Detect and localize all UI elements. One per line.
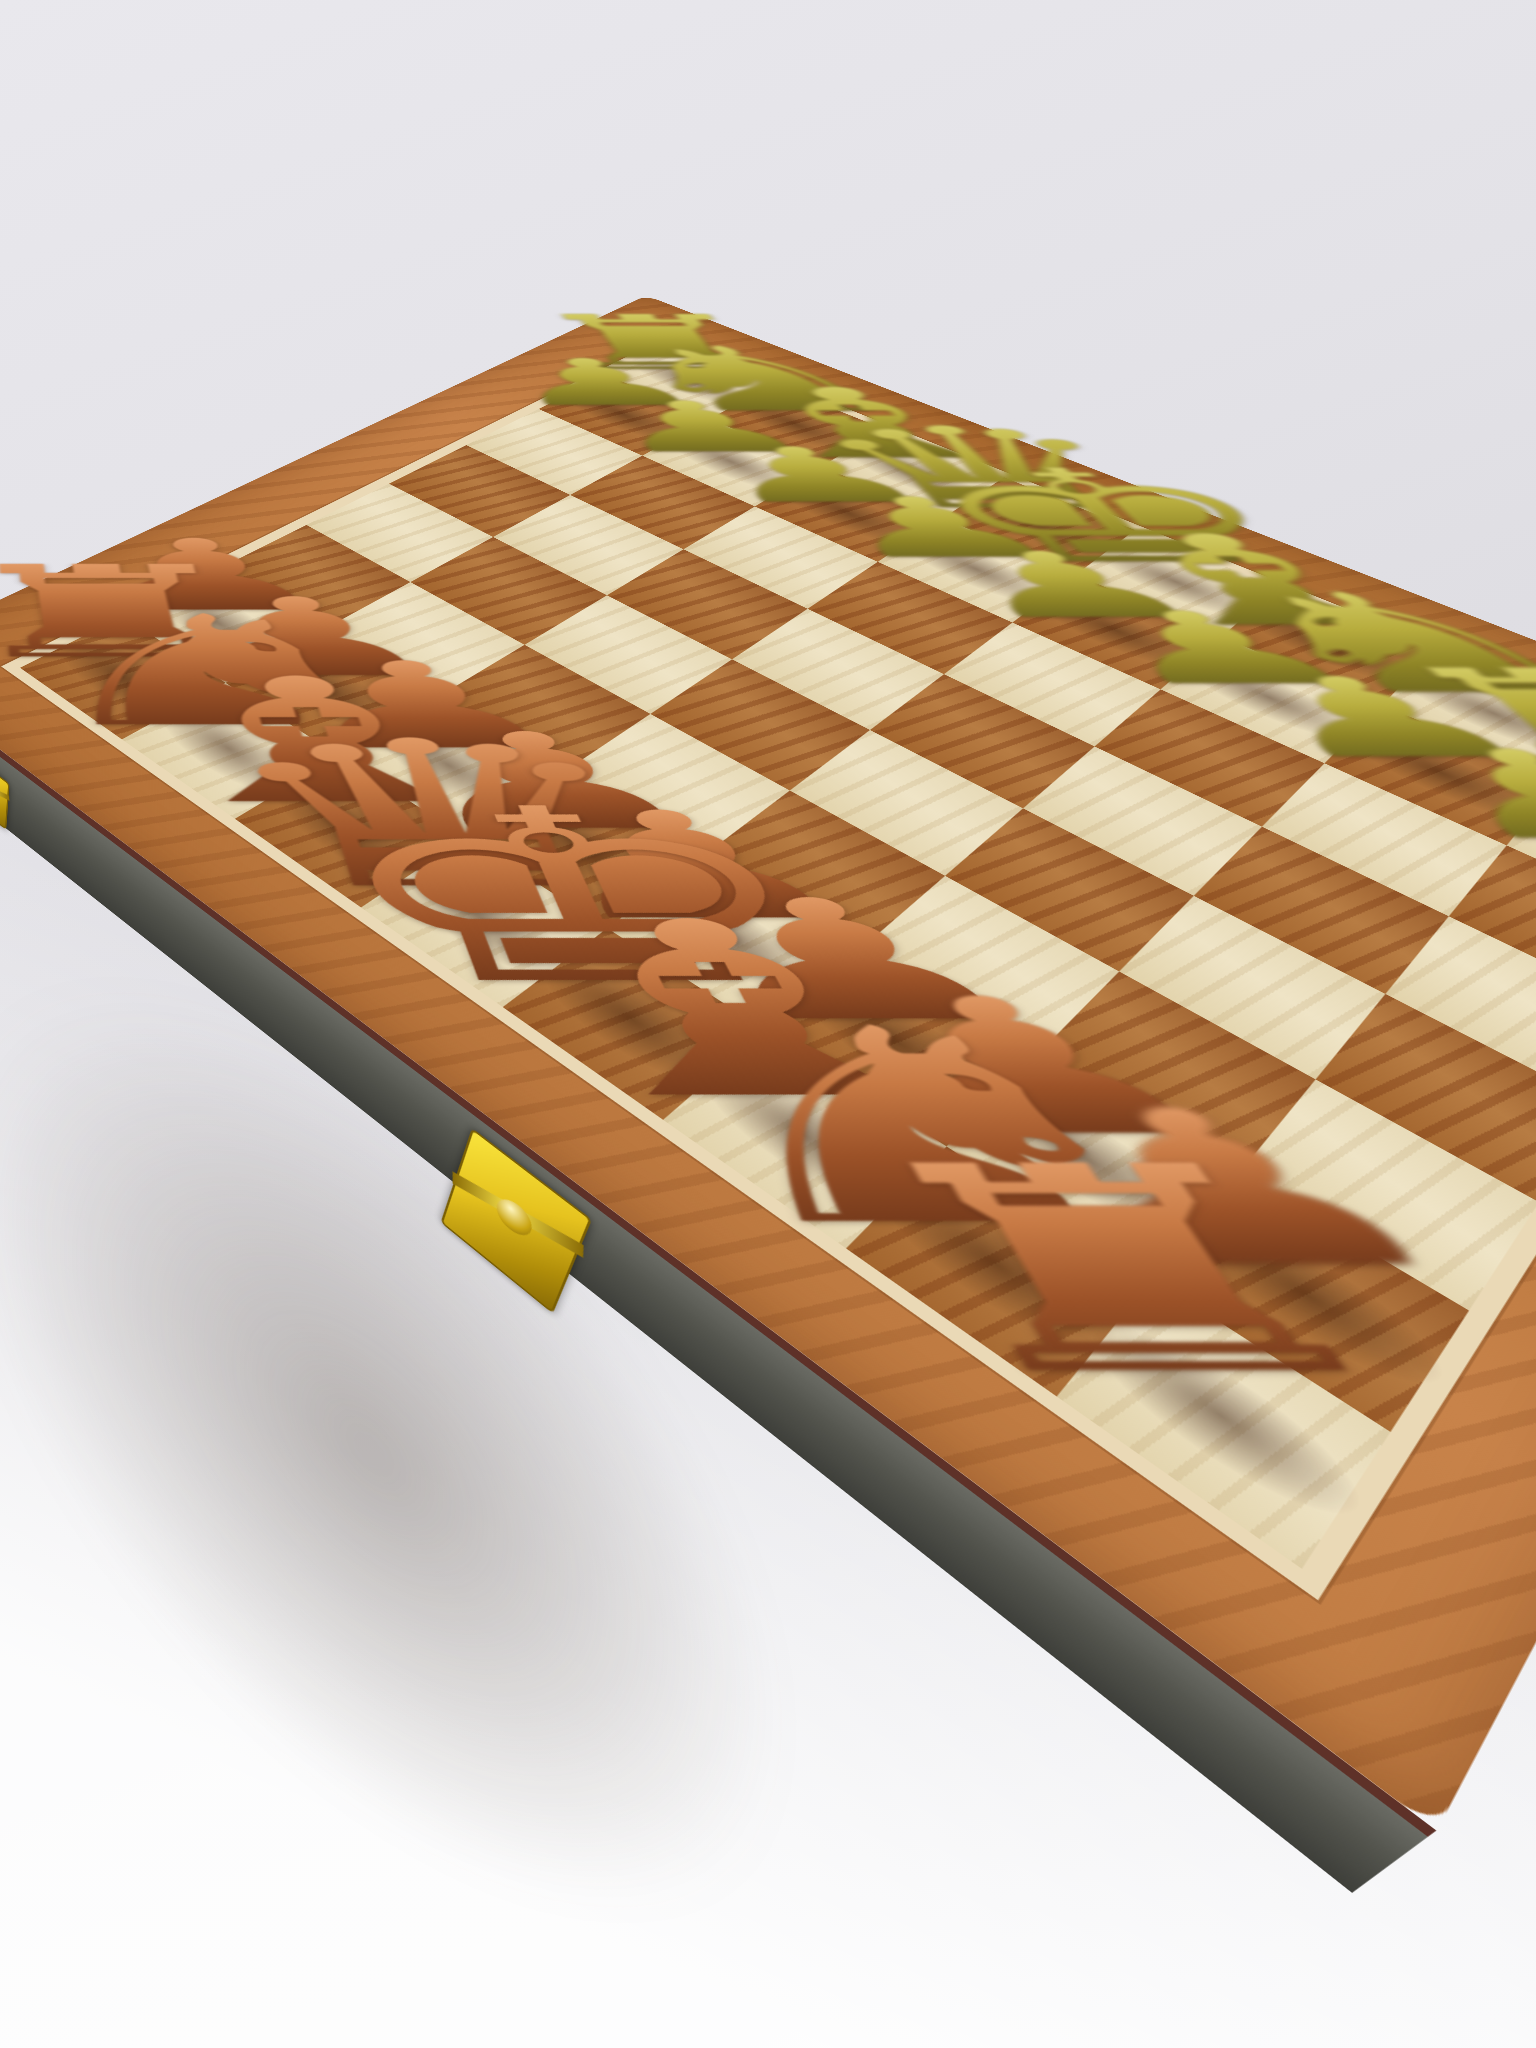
chess-photo-scene: ♜♞♝♛♚♝♞♜♟♟♟♟♟♟♟♟♟♟♟♟♟♟♟♟♜♞♝♛♚♝♞♜ [0, 0, 1536, 2048]
board-top-surface: ♜♞♝♛♚♝♞♜♟♟♟♟♟♟♟♟♟♟♟♟♟♟♟♟♜♞♝♛♚♝♞♜ [0, 295, 1536, 1830]
small-brass-latch [0, 753, 10, 830]
square-h5 [1385, 916, 1536, 1105]
folding-chessboard: ♜♞♝♛♚♝♞♜♟♟♟♟♟♟♟♟♟♟♟♟♟♟♟♟♜♞♝♛♚♝♞♜ [0, 295, 1536, 1830]
square-f1 [663, 1031, 946, 1249]
square-h3 [1238, 1079, 1536, 1310]
latch-rivet [493, 1192, 535, 1242]
square-g4 [1119, 896, 1385, 1080]
latch-seam [0, 776, 9, 801]
square-h2 [1153, 1174, 1469, 1432]
perspective-camera: ♜♞♝♛♚♝♞♜♟♟♟♟♟♟♟♟♟♟♟♟♟♟♟♟♜♞♝♛♚♝♞♜ [0, 0, 1536, 2048]
square-g1 [846, 1146, 1153, 1396]
square-h1 [1057, 1279, 1391, 1569]
square-g3 [1037, 971, 1315, 1173]
square-h6 [1449, 845, 1536, 1017]
square-e1 [503, 928, 767, 1120]
pieces-layer: ♜♞♝♛♚♝♞♜♟♟♟♟♟♟♟♟♟♟♟♟♟♟♟♟♜♞♝♛♚♝♞♜ [0, 295, 1536, 1830]
square-g2 [947, 1055, 1239, 1279]
square-g5 [1194, 827, 1449, 994]
square-h4 [1316, 994, 1536, 1202]
